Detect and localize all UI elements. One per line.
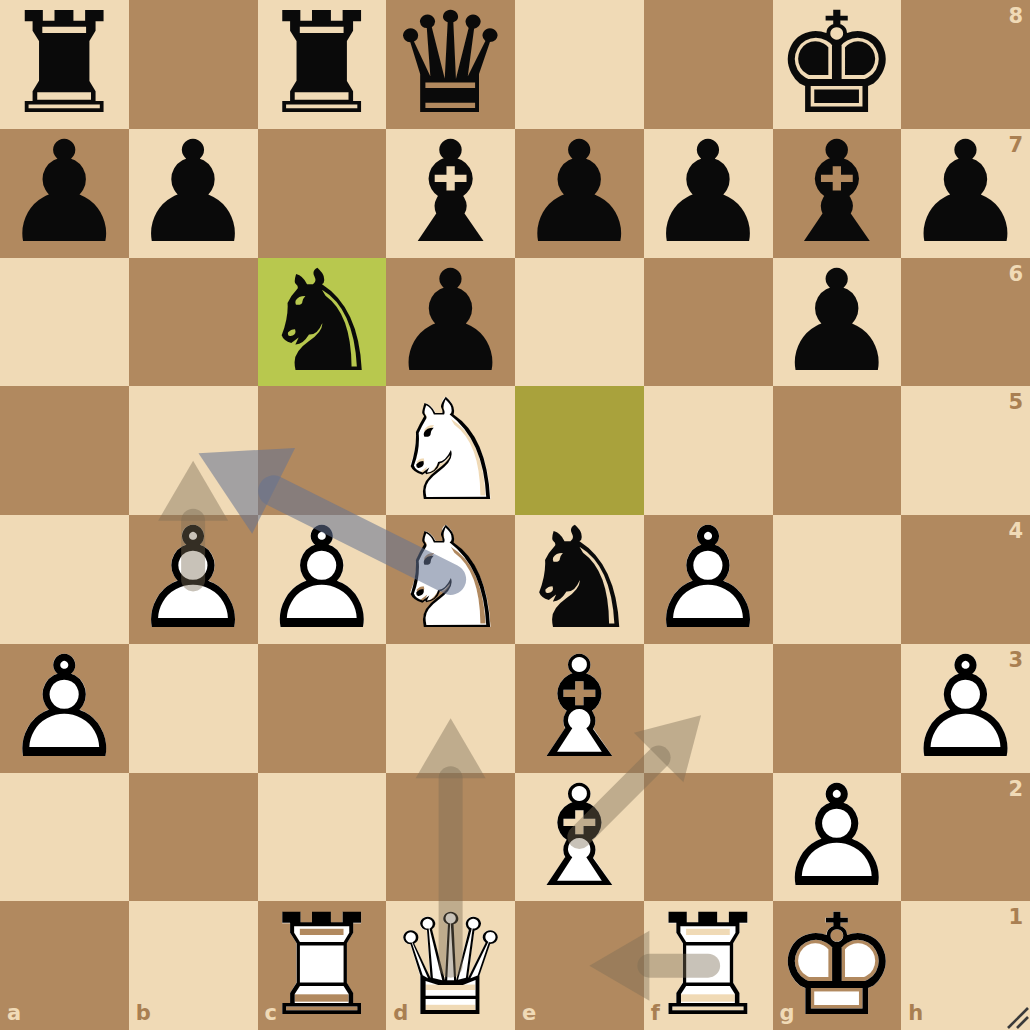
square-e1[interactable]: [515, 901, 644, 1030]
square-d1[interactable]: ♛︎♕︎: [386, 901, 515, 1030]
square-d2[interactable]: [386, 773, 515, 902]
square-f3[interactable]: [644, 644, 773, 773]
square-e6[interactable]: [515, 258, 644, 387]
square-h6[interactable]: [901, 258, 1030, 387]
square-h7[interactable]: ♟︎: [901, 129, 1030, 258]
square-e5[interactable]: [515, 386, 644, 515]
square-b1[interactable]: [129, 901, 258, 1030]
square-h3[interactable]: ♟︎♙︎: [901, 644, 1030, 773]
square-b6[interactable]: [129, 258, 258, 387]
white-bishop[interactable]: ♝︎: [515, 773, 644, 902]
square-b5[interactable]: [129, 386, 258, 515]
square-g1[interactable]: ♚︎♔︎: [773, 901, 902, 1030]
square-d8[interactable]: ♛︎: [386, 0, 515, 129]
white-pawn[interactable]: ♙︎: [258, 515, 387, 644]
square-f4[interactable]: ♟︎♙︎: [644, 515, 773, 644]
square-a6[interactable]: [0, 258, 129, 387]
black-bishop[interactable]: ♝︎: [773, 129, 902, 258]
square-f7[interactable]: ♟︎: [644, 129, 773, 258]
board-resize-handle[interactable]: [1004, 1004, 1030, 1030]
black-knight[interactable]: ♞︎: [515, 515, 644, 644]
square-g7[interactable]: ♝︎: [773, 129, 902, 258]
square-a5[interactable]: [0, 386, 129, 515]
square-d7[interactable]: ♝︎: [386, 129, 515, 258]
white-rook[interactable]: ♖︎: [644, 901, 773, 1030]
white-queen[interactable]: ♕︎: [386, 901, 515, 1030]
square-c8[interactable]: ♜︎: [258, 0, 387, 129]
black-queen[interactable]: ♛︎: [386, 0, 515, 129]
square-g5[interactable]: [773, 386, 902, 515]
square-b3[interactable]: [129, 644, 258, 773]
white-pawn[interactable]: ♙︎: [0, 644, 129, 773]
square-f8[interactable]: [644, 0, 773, 129]
white-queen[interactable]: ♛︎: [386, 901, 515, 1030]
square-f2[interactable]: [644, 773, 773, 902]
square-d4[interactable]: ♞︎♘︎: [386, 515, 515, 644]
square-b2[interactable]: [129, 773, 258, 902]
square-g6[interactable]: ♟︎: [773, 258, 902, 387]
white-knight[interactable]: ♞︎: [386, 386, 515, 515]
black-pawn[interactable]: ♟︎: [386, 258, 515, 387]
white-pawn[interactable]: ♙︎: [901, 644, 1030, 773]
black-pawn[interactable]: ♟︎: [644, 129, 773, 258]
white-pawn[interactable]: ♟︎: [258, 515, 387, 644]
square-e7[interactable]: ♟︎: [515, 129, 644, 258]
square-d3[interactable]: [386, 644, 515, 773]
black-king[interactable]: ♚︎: [773, 0, 902, 129]
square-h4[interactable]: [901, 515, 1030, 644]
white-knight[interactable]: ♘︎: [386, 386, 515, 515]
resize-handle-line: [1008, 1008, 1028, 1028]
white-rook[interactable]: ♜︎: [258, 901, 387, 1030]
square-a8[interactable]: ♜︎: [0, 0, 129, 129]
square-h8[interactable]: [901, 0, 1030, 129]
white-pawn[interactable]: ♟︎: [129, 515, 258, 644]
white-bishop[interactable]: ♗︎: [515, 644, 644, 773]
square-c2[interactable]: [258, 773, 387, 902]
square-c1[interactable]: ♜︎♖︎: [258, 901, 387, 1030]
white-pawn[interactable]: ♟︎: [901, 644, 1030, 773]
square-f5[interactable]: [644, 386, 773, 515]
square-c7[interactable]: [258, 129, 387, 258]
white-bishop[interactable]: ♗︎: [515, 773, 644, 902]
white-king[interactable]: ♔︎: [773, 901, 902, 1030]
white-pawn[interactable]: ♟︎: [773, 773, 902, 902]
black-pawn[interactable]: ♟︎: [0, 129, 129, 258]
square-f1[interactable]: ♜︎♖︎: [644, 901, 773, 1030]
square-e2[interactable]: ♝︎♗︎: [515, 773, 644, 902]
black-rook[interactable]: ♜︎: [258, 0, 387, 129]
white-pawn[interactable]: ♙︎: [129, 515, 258, 644]
square-g3[interactable]: [773, 644, 902, 773]
white-rook[interactable]: ♖︎: [258, 901, 387, 1030]
white-bishop[interactable]: ♝︎: [515, 644, 644, 773]
black-pawn[interactable]: ♟︎: [901, 129, 1030, 258]
square-a7[interactable]: ♟︎: [0, 129, 129, 258]
white-pawn[interactable]: ♟︎: [0, 644, 129, 773]
black-pawn[interactable]: ♟︎: [129, 129, 258, 258]
black-pawn[interactable]: ♟︎: [515, 129, 644, 258]
square-c5[interactable]: [258, 386, 387, 515]
white-pawn[interactable]: ♙︎: [644, 515, 773, 644]
square-b7[interactable]: ♟︎: [129, 129, 258, 258]
white-knight[interactable]: ♞︎: [386, 515, 515, 644]
square-e3[interactable]: ♝︎♗︎: [515, 644, 644, 773]
chess-board[interactable]: ♜︎♜︎♛︎♚︎♟︎♟︎♝︎♟︎♟︎♝︎♟︎♞︎♟︎♟︎♞︎♘︎♟︎♙︎♟︎♙︎…: [0, 0, 1030, 1030]
square-d5[interactable]: ♞︎♘︎: [386, 386, 515, 515]
white-rook[interactable]: ♜︎: [644, 901, 773, 1030]
square-d6[interactable]: ♟︎: [386, 258, 515, 387]
square-g2[interactable]: ♟︎♙︎: [773, 773, 902, 902]
square-h5[interactable]: [901, 386, 1030, 515]
white-knight[interactable]: ♘︎: [386, 515, 515, 644]
square-c3[interactable]: [258, 644, 387, 773]
white-pawn[interactable]: ♙︎: [773, 773, 902, 902]
white-king[interactable]: ♚︎: [773, 901, 902, 1030]
square-c6[interactable]: ♞︎: [258, 258, 387, 387]
black-bishop[interactable]: ♝︎: [386, 129, 515, 258]
white-pawn[interactable]: ♟︎: [644, 515, 773, 644]
square-a4[interactable]: [0, 515, 129, 644]
black-pawn[interactable]: ♟︎: [773, 258, 902, 387]
black-knight[interactable]: ♞︎: [258, 258, 387, 387]
square-e4[interactable]: ♞︎: [515, 515, 644, 644]
square-f6[interactable]: [644, 258, 773, 387]
square-a2[interactable]: [0, 773, 129, 902]
square-g8[interactable]: ♚︎: [773, 0, 902, 129]
square-b4[interactable]: ♟︎♙︎: [129, 515, 258, 644]
square-h2[interactable]: [901, 773, 1030, 902]
square-c4[interactable]: ♟︎♙︎: [258, 515, 387, 644]
square-g4[interactable]: [773, 515, 902, 644]
square-b8[interactable]: [129, 0, 258, 129]
square-a1[interactable]: [0, 901, 129, 1030]
square-e8[interactable]: [515, 0, 644, 129]
black-rook[interactable]: ♜︎: [0, 0, 129, 129]
square-a3[interactable]: ♟︎♙︎: [0, 644, 129, 773]
